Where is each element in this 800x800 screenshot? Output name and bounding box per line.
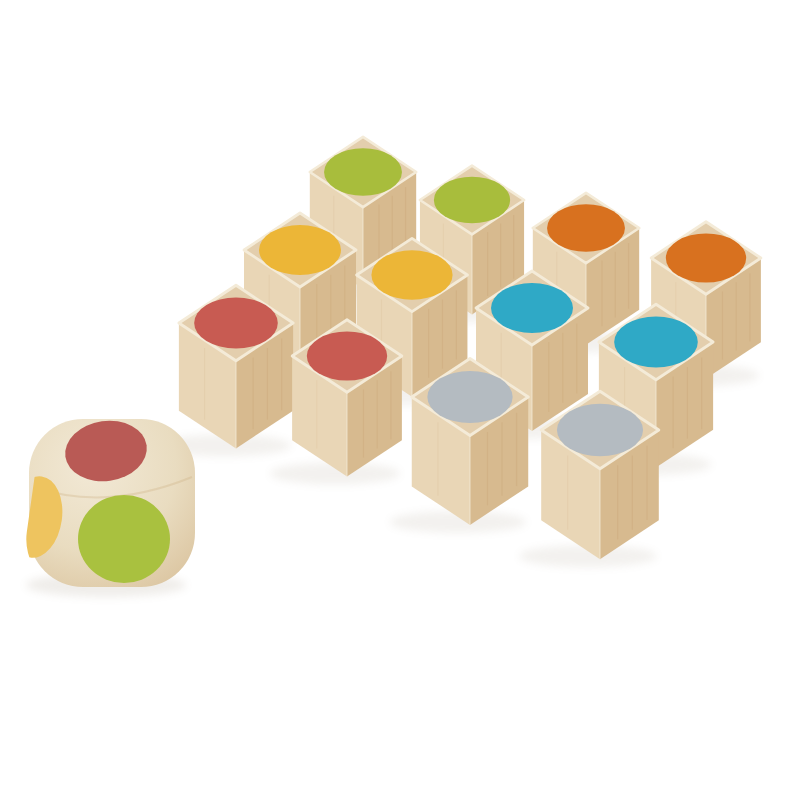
scene-svg <box>0 0 800 800</box>
cube-dot-yellow <box>371 250 452 300</box>
cube-dot-red <box>194 298 278 349</box>
cube-dot-orange <box>666 234 746 283</box>
cube-dot-orange <box>547 204 625 252</box>
cube-dot-green <box>324 148 402 196</box>
cube-dot-yellow <box>259 225 341 275</box>
cube-dot-blue <box>614 317 698 368</box>
cube-dot-red <box>307 332 387 381</box>
cube-dot-green <box>434 177 510 224</box>
die-dot-front <box>78 495 170 583</box>
scene <box>0 0 800 800</box>
cube-dot-blue <box>491 283 573 333</box>
cube-red-1[interactable] <box>157 285 293 456</box>
cube-dot-gray <box>427 371 512 423</box>
cube-dot-gray <box>557 404 643 457</box>
color-die[interactable] <box>5 416 195 597</box>
